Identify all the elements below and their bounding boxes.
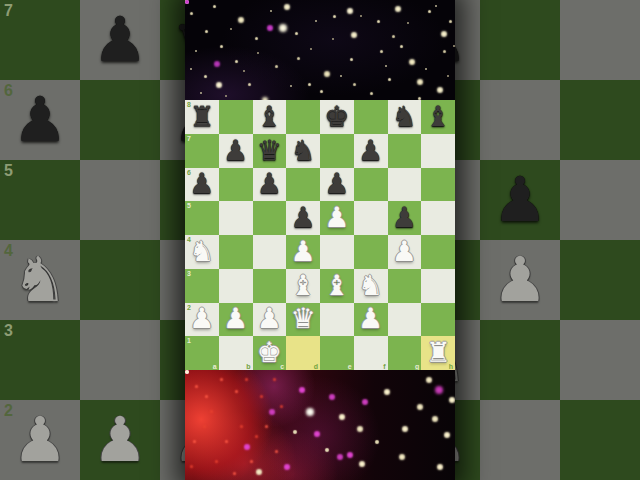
black-pawn-b7-piece: ♟ xyxy=(80,0,160,80)
bg-square-a3: 3 xyxy=(0,320,80,400)
square-a6[interactable]: 6♟ xyxy=(185,168,219,202)
bg-square-b6 xyxy=(80,80,160,160)
rank-label-1: 1 xyxy=(187,337,191,344)
black-queen-c7-piece: ♛ xyxy=(253,134,287,168)
square-f2[interactable]: ♟ xyxy=(354,303,388,337)
square-f3[interactable]: ♞ xyxy=(354,269,388,303)
black-knight-g8-piece: ♞ xyxy=(388,100,422,134)
bg-square-a4: 4♞ xyxy=(0,240,80,320)
black-pawn-g5-piece: ♟ xyxy=(480,160,560,240)
nebula-cream-stars xyxy=(185,370,189,374)
square-b5[interactable] xyxy=(219,201,253,235)
square-a8[interactable]: 8♜ xyxy=(185,100,219,134)
file-label-d: d xyxy=(314,363,318,370)
square-h6[interactable] xyxy=(421,168,455,202)
white-pawn-g4-piece: ♟ xyxy=(480,240,560,320)
square-h1[interactable]: h♜ xyxy=(421,336,455,370)
bg-square-b3 xyxy=(80,320,160,400)
white-pawn-c2-piece: ♟ xyxy=(253,303,287,337)
file-label-f: f xyxy=(383,363,385,370)
square-d7[interactable]: ♞ xyxy=(286,134,320,168)
white-bishop-e3-piece: ♝ xyxy=(320,269,354,303)
white-knight-a4-piece: ♞ xyxy=(185,235,219,269)
bg-square-h4 xyxy=(560,240,640,320)
square-c5[interactable] xyxy=(253,201,287,235)
bg-square-h5 xyxy=(560,160,640,240)
bg-square-a6: 6♟ xyxy=(0,80,80,160)
bg-square-b4 xyxy=(80,240,160,320)
bg-square-h6 xyxy=(560,80,640,160)
black-knight-d7-piece: ♞ xyxy=(286,134,320,168)
square-c1[interactable]: c♚ xyxy=(253,336,287,370)
white-king-c1-piece: ♚ xyxy=(253,336,287,370)
square-a7[interactable]: 7 xyxy=(185,134,219,168)
square-c2[interactable]: ♟ xyxy=(253,303,287,337)
square-c7[interactable]: ♛ xyxy=(253,134,287,168)
white-pawn-a2-piece: ♟ xyxy=(0,400,80,480)
black-pawn-f7-piece: ♟ xyxy=(354,134,388,168)
bg-square-g7 xyxy=(480,0,560,80)
rank-label-3: 3 xyxy=(187,270,191,277)
square-b8[interactable] xyxy=(219,100,253,134)
square-d5[interactable]: ♟ xyxy=(286,201,320,235)
square-a3[interactable]: 3 xyxy=(185,269,219,303)
star-layer-magenta xyxy=(185,0,189,4)
square-d1[interactable]: d xyxy=(286,336,320,370)
square-b6[interactable] xyxy=(219,168,253,202)
black-king-e8-piece: ♚ xyxy=(320,100,354,134)
square-h4[interactable] xyxy=(421,235,455,269)
square-d2[interactable]: ♛ xyxy=(286,303,320,337)
square-g1[interactable]: g xyxy=(388,336,422,370)
white-pawn-d4-piece: ♟ xyxy=(286,235,320,269)
rank-label-5: 5 xyxy=(4,162,13,180)
square-b1[interactable]: b xyxy=(219,336,253,370)
square-d6[interactable] xyxy=(286,168,320,202)
square-h2[interactable] xyxy=(421,303,455,337)
square-g6[interactable] xyxy=(388,168,422,202)
square-b7[interactable]: ♟ xyxy=(219,134,253,168)
bg-square-h3 xyxy=(560,320,640,400)
square-a2[interactable]: 2♟ xyxy=(185,303,219,337)
bg-square-b7: ♟ xyxy=(80,0,160,80)
white-pawn-g4-piece: ♟ xyxy=(388,235,422,269)
bg-square-b5 xyxy=(80,160,160,240)
starfield-top xyxy=(185,0,455,100)
square-b3[interactable] xyxy=(219,269,253,303)
bg-square-b2: ♟ xyxy=(80,400,160,480)
file-label-g: g xyxy=(415,363,419,370)
square-e2[interactable] xyxy=(320,303,354,337)
square-f5[interactable] xyxy=(354,201,388,235)
square-f8[interactable] xyxy=(354,100,388,134)
square-c8[interactable]: ♝ xyxy=(253,100,287,134)
square-d4[interactable]: ♟ xyxy=(286,235,320,269)
rank-label-7: 7 xyxy=(187,135,191,142)
white-knight-f3-piece: ♞ xyxy=(354,269,388,303)
white-pawn-b2-piece: ♟ xyxy=(219,303,253,337)
video-frame: 8♜♝♚♞♝7♟♛♞♟6♟♟♟5♟♟♟4♞♟♟3♝♝♞2♟♟♟♛♟1♚♜ 8♜♝… xyxy=(0,0,640,480)
bg-square-h7 xyxy=(560,0,640,80)
center-strip: 8♜♝♚♞♝7♟♛♞♟6♟♟♟5♟♟♟4♞♟♟3♝♝♞2♟♟♟♛♟1abc♚de… xyxy=(185,0,455,480)
white-bishop-d3-piece: ♝ xyxy=(286,269,320,303)
square-c4[interactable] xyxy=(253,235,287,269)
white-pawn-b2-piece: ♟ xyxy=(80,400,160,480)
square-a5[interactable]: 5 xyxy=(185,201,219,235)
bg-square-a5: 5 xyxy=(0,160,80,240)
square-d8[interactable] xyxy=(286,100,320,134)
black-pawn-d5-piece: ♟ xyxy=(286,201,320,235)
bg-square-g2 xyxy=(480,400,560,480)
square-g4[interactable]: ♟ xyxy=(388,235,422,269)
bg-square-a2: 2♟ xyxy=(0,400,80,480)
square-e5[interactable]: ♟ xyxy=(320,201,354,235)
black-pawn-a6-piece: ♟ xyxy=(185,168,219,202)
bg-square-g6 xyxy=(480,80,560,160)
square-f4[interactable] xyxy=(354,235,388,269)
square-h3[interactable] xyxy=(421,269,455,303)
square-f6[interactable] xyxy=(354,168,388,202)
nebula-bottom xyxy=(185,370,455,480)
square-a1[interactable]: 1a xyxy=(185,336,219,370)
square-g3[interactable] xyxy=(388,269,422,303)
file-label-a: a xyxy=(213,363,217,370)
black-pawn-b7-piece: ♟ xyxy=(219,134,253,168)
file-label-e: e xyxy=(348,363,352,370)
square-g7[interactable] xyxy=(388,134,422,168)
bg-square-g3 xyxy=(480,320,560,400)
square-e8[interactable]: ♚ xyxy=(320,100,354,134)
square-e4[interactable] xyxy=(320,235,354,269)
black-bishop-c8-piece: ♝ xyxy=(253,100,287,134)
square-g2[interactable] xyxy=(388,303,422,337)
square-a4[interactable]: 4♞ xyxy=(185,235,219,269)
square-e1[interactable]: e xyxy=(320,336,354,370)
square-c3[interactable] xyxy=(253,269,287,303)
square-g5[interactable]: ♟ xyxy=(388,201,422,235)
square-c6[interactable]: ♟ xyxy=(253,168,287,202)
black-rook-a8-piece: ♜ xyxy=(185,100,219,134)
rank-label-5: 5 xyxy=(187,202,191,209)
square-e3[interactable]: ♝ xyxy=(320,269,354,303)
square-g8[interactable]: ♞ xyxy=(388,100,422,134)
square-h7[interactable] xyxy=(421,134,455,168)
file-label-b: b xyxy=(246,363,250,370)
square-h8[interactable]: ♝ xyxy=(421,100,455,134)
white-rook-h1-piece: ♜ xyxy=(421,336,455,370)
square-b2[interactable]: ♟ xyxy=(219,303,253,337)
black-pawn-a6-piece: ♟ xyxy=(0,80,80,160)
rank-label-3: 3 xyxy=(4,322,13,340)
white-pawn-f2-piece: ♟ xyxy=(354,303,388,337)
black-pawn-e6-piece: ♟ xyxy=(320,168,354,202)
bg-square-h2 xyxy=(560,400,640,480)
square-e6[interactable]: ♟ xyxy=(320,168,354,202)
chess-board: 8♜♝♚♞♝7♟♛♞♟6♟♟♟5♟♟♟4♞♟♟3♝♝♞2♟♟♟♛♟1abc♚de… xyxy=(185,100,455,370)
square-e7[interactable] xyxy=(320,134,354,168)
black-bishop-h8-piece: ♝ xyxy=(421,100,455,134)
white-knight-a4-piece: ♞ xyxy=(0,240,80,320)
square-f1[interactable]: f xyxy=(354,336,388,370)
square-d3[interactable]: ♝ xyxy=(286,269,320,303)
white-pawn-e5-piece: ♟ xyxy=(320,201,354,235)
square-h5[interactable] xyxy=(421,201,455,235)
square-f7[interactable]: ♟ xyxy=(354,134,388,168)
square-b4[interactable] xyxy=(219,235,253,269)
bg-square-a7: 7 xyxy=(0,0,80,80)
black-pawn-g5-piece: ♟ xyxy=(388,201,422,235)
bg-square-g4: ♟ xyxy=(480,240,560,320)
rank-label-7: 7 xyxy=(4,2,13,20)
black-pawn-c6-piece: ♟ xyxy=(253,168,287,202)
bg-square-g5: ♟ xyxy=(480,160,560,240)
white-pawn-a2-piece: ♟ xyxy=(185,303,219,337)
white-queen-d2-piece: ♛ xyxy=(286,303,320,337)
